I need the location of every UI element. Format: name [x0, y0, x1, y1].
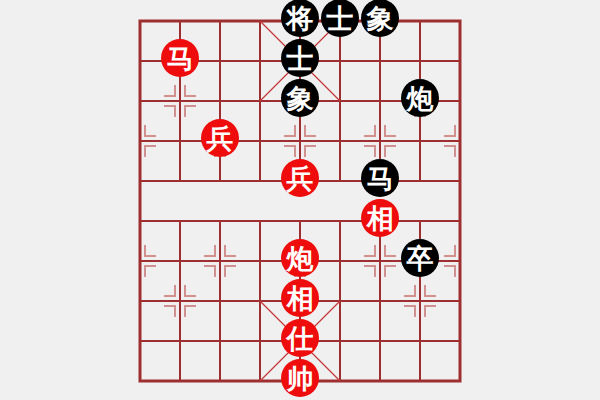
piece-black-elephant[interactable]: 象 — [281, 79, 319, 117]
xiangqi-board: 将士象马士象炮兵兵马相炮卒相仕帅 — [0, 0, 600, 400]
piece-black-elephant[interactable]: 象 — [361, 0, 399, 37]
piece-red-elephant[interactable]: 相 — [361, 199, 399, 237]
piece-black-advisor[interactable]: 士 — [281, 39, 319, 77]
piece-red-pawn[interactable]: 兵 — [201, 119, 239, 157]
piece-black-horse[interactable]: 马 — [361, 159, 399, 197]
piece-red-advisor[interactable]: 仕 — [281, 319, 319, 357]
piece-black-cannon[interactable]: 炮 — [401, 79, 439, 117]
piece-red-cannon[interactable]: 炮 — [281, 239, 319, 277]
piece-black-general[interactable]: 将 — [281, 0, 319, 37]
piece-red-elephant[interactable]: 相 — [281, 279, 319, 317]
piece-black-pawn[interactable]: 卒 — [401, 239, 439, 277]
piece-black-advisor[interactable]: 士 — [321, 0, 359, 37]
piece-red-pawn[interactable]: 兵 — [281, 159, 319, 197]
board-pieces: 将士象马士象炮兵兵马相炮卒相仕帅 — [120, 1, 480, 400]
piece-red-horse[interactable]: 马 — [161, 39, 199, 77]
piece-red-general[interactable]: 帅 — [281, 359, 319, 397]
